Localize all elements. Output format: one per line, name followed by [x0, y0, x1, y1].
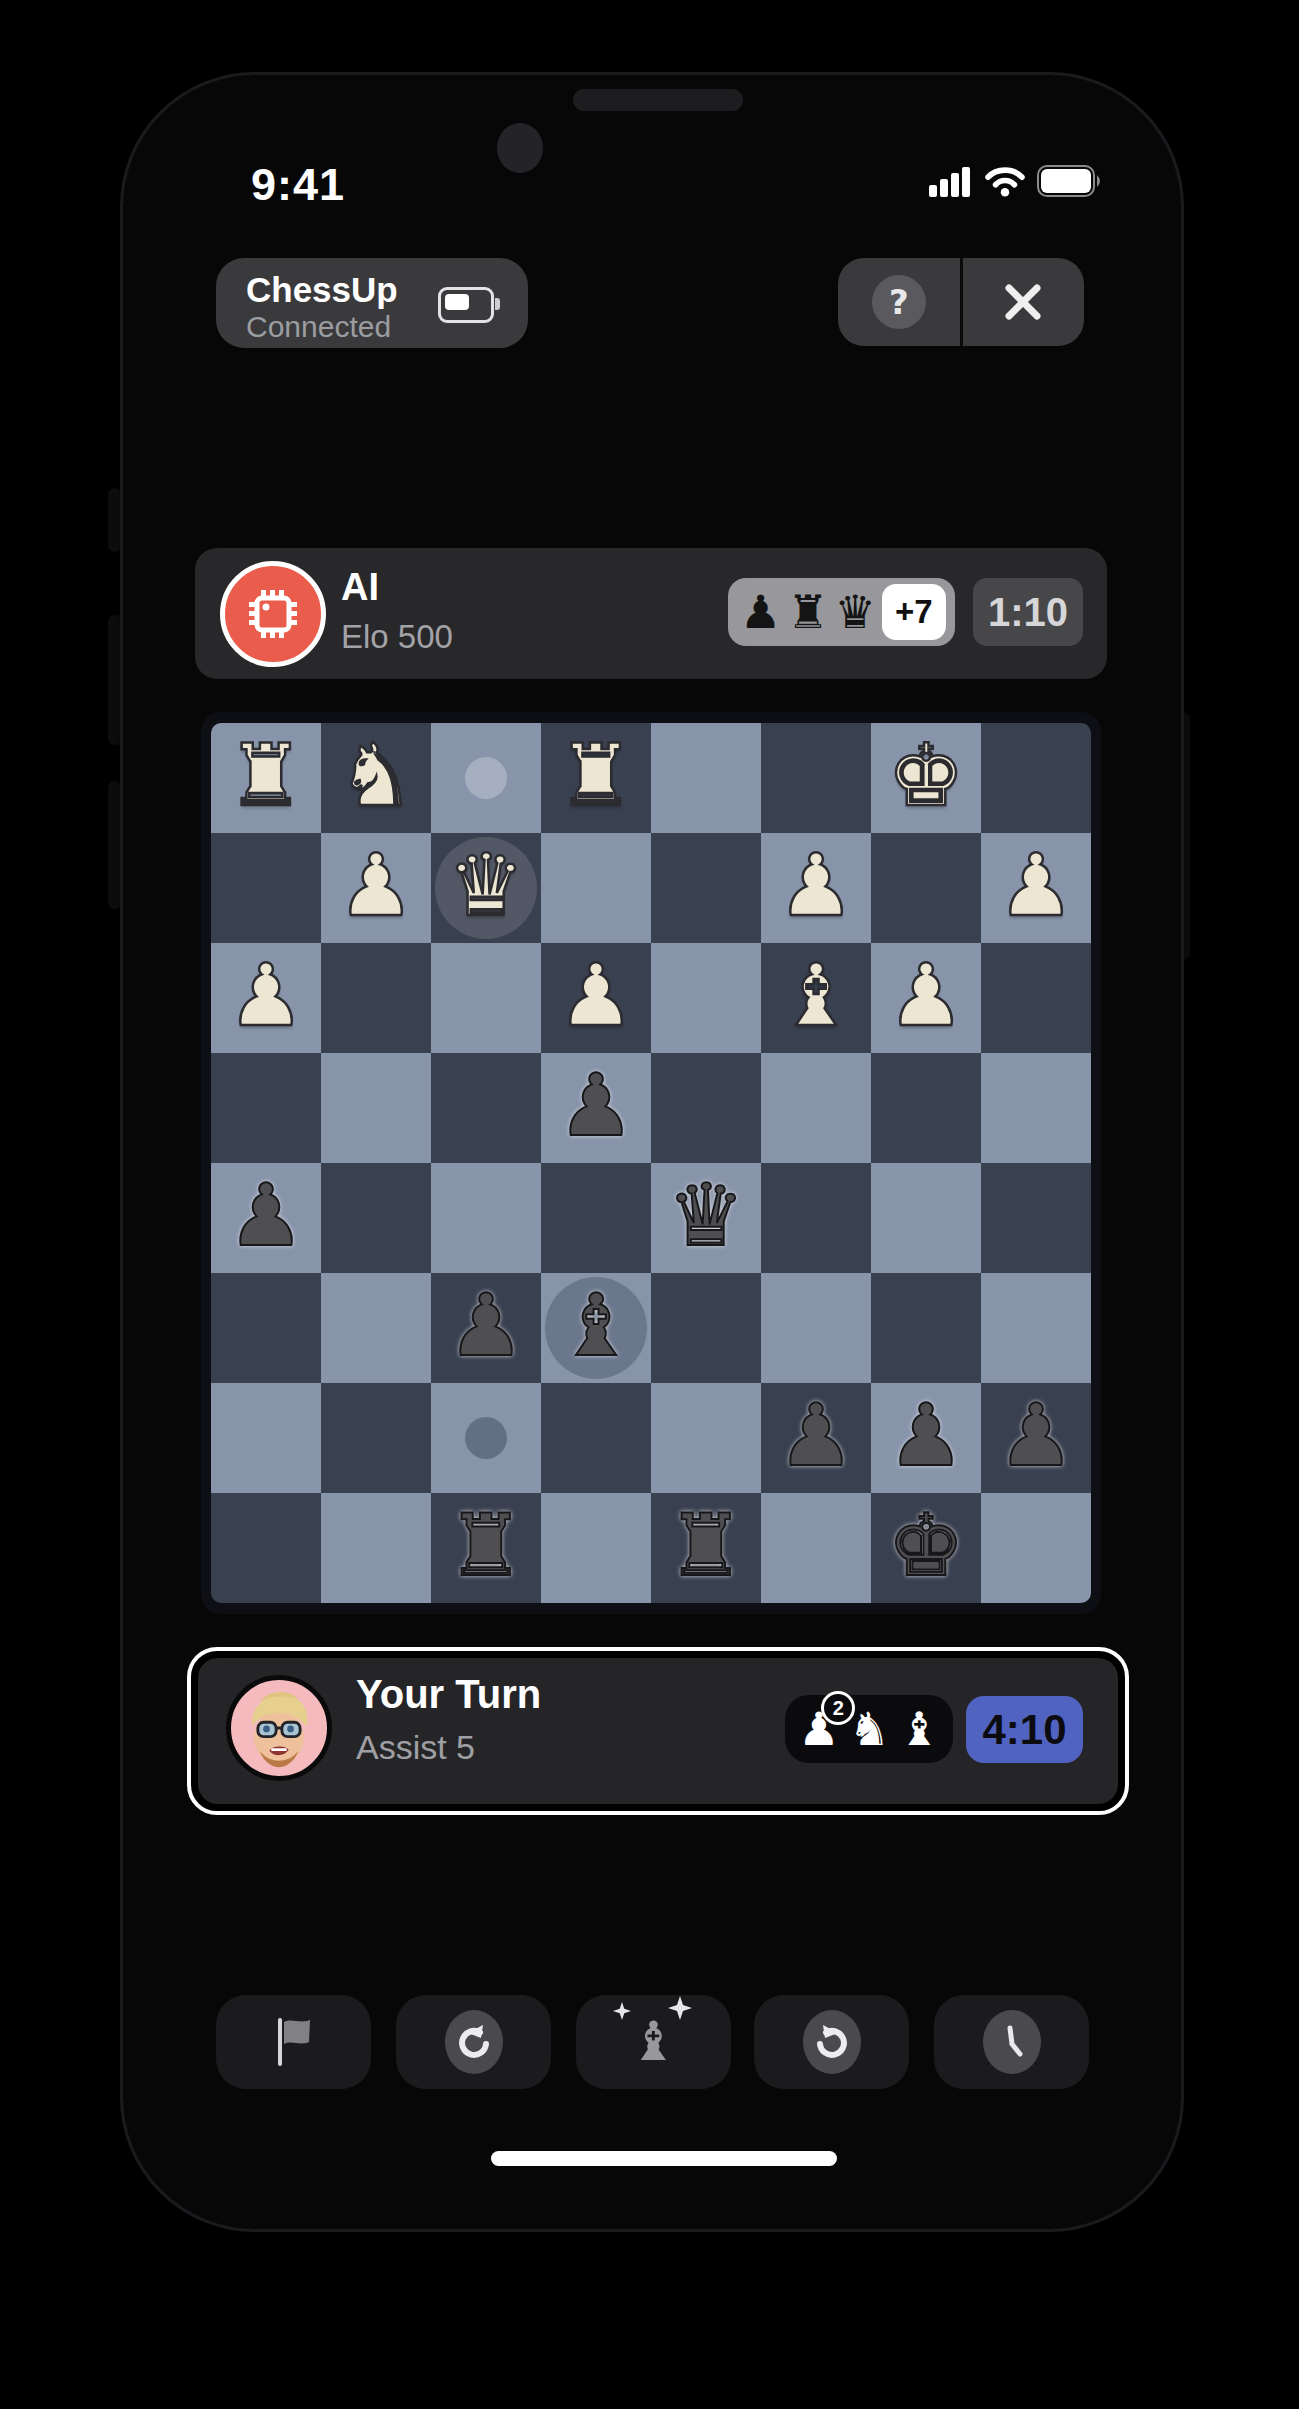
white-pawn: ♟ [997, 830, 1074, 940]
white-rook: ♜ [557, 723, 634, 830]
user-clock: 4:10 [966, 1696, 1083, 1763]
chess-board: ♜♞♜♚♟♛♟♟♟♟♝♟♟♟♛♟♝♟♟♟♜♜♚ [211, 723, 1091, 1603]
opponent-elo: Elo 500 [341, 618, 453, 656]
move-dot [465, 1417, 507, 1459]
close-button[interactable] [963, 258, 1085, 346]
captured-white-piece-icon: ♝ [899, 1699, 940, 1759]
user-captured-tray: ♟2♞♝ [785, 1695, 953, 1763]
square-h2[interactable] [211, 833, 321, 943]
device-status-pill[interactable]: ChessUp Connected [216, 258, 528, 348]
resign-button[interactable] [216, 1995, 371, 2089]
square-c1[interactable] [761, 723, 871, 833]
square-c2[interactable]: ♟ [761, 833, 871, 943]
square-g5[interactable] [321, 1163, 431, 1273]
white-pawn: ♟ [227, 940, 304, 1050]
square-b8[interactable]: ♚ [871, 1493, 981, 1603]
square-e2[interactable] [541, 833, 651, 943]
opponent-name: AI [341, 566, 379, 609]
white-rook: ♜ [227, 723, 304, 830]
cellular-signal-icon [929, 165, 973, 197]
undo-icon [445, 2010, 503, 2074]
square-c4[interactable] [761, 1053, 871, 1163]
white-bishop: ♝ [777, 940, 854, 1050]
device-connection-status: Connected [246, 310, 391, 344]
square-c8[interactable] [761, 1493, 871, 1603]
square-a8[interactable] [981, 1493, 1091, 1603]
clock-icon [983, 2010, 1041, 2074]
square-b4[interactable] [871, 1053, 981, 1163]
hint-button[interactable]: ♝ [576, 1995, 731, 2089]
square-f8[interactable]: ♜ [431, 1493, 541, 1603]
square-b1[interactable]: ♚ [871, 723, 981, 833]
black-rook: ♜ [447, 1490, 524, 1600]
user-card: Your Turn Assist 5 ♟2♞♝ 4:10 [198, 1658, 1118, 1804]
square-b3[interactable]: ♟ [871, 943, 981, 1053]
square-c5[interactable] [761, 1163, 871, 1273]
black-pawn: ♟ [447, 1270, 524, 1380]
square-d2[interactable] [651, 833, 761, 943]
captured-black-piece-icon: ♛ [835, 582, 876, 642]
square-e1[interactable]: ♜ [541, 723, 651, 833]
opponent-avatar [220, 561, 326, 667]
square-f6[interactable]: ♟ [431, 1273, 541, 1383]
memoji-face [231, 1680, 327, 1776]
black-pawn: ♟ [557, 1050, 634, 1160]
square-d1[interactable] [651, 723, 761, 833]
square-d4[interactable] [651, 1053, 761, 1163]
square-d6[interactable] [651, 1273, 761, 1383]
square-f3[interactable] [431, 943, 541, 1053]
black-king: ♚ [887, 1490, 964, 1600]
square-h4[interactable] [211, 1053, 321, 1163]
help-button[interactable]: ? [838, 258, 960, 346]
captured-black-piece-icon: ♟ [740, 582, 781, 642]
user-avatar [226, 1675, 332, 1781]
square-e4[interactable]: ♟ [541, 1053, 651, 1163]
opponent-card: AI Elo 500 ♟♜♛+7 1:10 [195, 548, 1107, 679]
square-g6[interactable] [321, 1273, 431, 1383]
square-c6[interactable] [761, 1273, 871, 1383]
captured-white-piece-icon: ♞ [848, 1699, 889, 1759]
square-d5[interactable]: ♛ [651, 1163, 761, 1273]
square-a7[interactable]: ♟ [981, 1383, 1091, 1493]
square-a1[interactable] [981, 723, 1091, 833]
square-e8[interactable] [541, 1493, 651, 1603]
user-card-highlight-ring: Your Turn Assist 5 ♟2♞♝ 4:10 [187, 1647, 1129, 1815]
square-f5[interactable] [431, 1163, 541, 1273]
square-g3[interactable] [321, 943, 431, 1053]
device-name: ChessUp [246, 270, 398, 310]
help-icon: ? [872, 275, 926, 329]
front-camera [497, 123, 543, 173]
square-h5[interactable]: ♟ [211, 1163, 321, 1273]
square-d3[interactable] [651, 943, 761, 1053]
square-a2[interactable]: ♟ [981, 833, 1091, 943]
square-g1[interactable]: ♞ [321, 723, 431, 833]
flag-icon [268, 2014, 320, 2070]
square-h6[interactable] [211, 1273, 321, 1383]
turn-indicator: Your Turn [356, 1672, 541, 1717]
square-f7[interactable] [431, 1383, 541, 1493]
white-pawn: ♟ [777, 830, 854, 940]
square-g2[interactable]: ♟ [321, 833, 431, 943]
square-h3[interactable]: ♟ [211, 943, 321, 1053]
white-queen: ♛ [447, 830, 524, 940]
white-king: ♚ [887, 723, 964, 830]
phone-frame: 9:41 ChessUp Connected [120, 72, 1184, 2232]
black-queen: ♛ [667, 1160, 744, 1270]
square-f2[interactable]: ♛ [431, 833, 541, 943]
black-rook: ♜ [667, 1490, 744, 1600]
undo-button[interactable] [396, 1995, 551, 2089]
square-g8[interactable] [321, 1493, 431, 1603]
square-a3[interactable] [981, 943, 1091, 1053]
home-indicator[interactable] [491, 2151, 837, 2166]
close-icon [1001, 280, 1045, 324]
captured-white-piece-icon: ♟2 [798, 1699, 839, 1759]
board-frame: ♜♞♜♚♟♛♟♟♟♟♝♟♟♟♛♟♝♟♟♟♜♜♚ [201, 712, 1101, 1614]
captured-black-piece-icon: ♜ [787, 582, 828, 642]
battery-icon [1037, 165, 1103, 197]
square-f4[interactable] [431, 1053, 541, 1163]
white-pawn: ♟ [557, 940, 634, 1050]
square-a6[interactable] [981, 1273, 1091, 1383]
cpu-chip-icon [245, 586, 301, 642]
white-knight: ♞ [337, 723, 414, 830]
square-g4[interactable] [321, 1053, 431, 1163]
square-a5[interactable] [981, 1163, 1091, 1273]
device-battery-icon [438, 287, 494, 323]
hint-icon: ♝ [629, 2010, 677, 2074]
square-b2[interactable] [871, 833, 981, 943]
square-h8[interactable] [211, 1493, 321, 1603]
redo-button[interactable] [754, 1995, 909, 2089]
assist-level: Assist 5 [356, 1728, 475, 1767]
move-dot [465, 757, 507, 799]
square-d7[interactable] [651, 1383, 761, 1493]
square-e6[interactable]: ♝ [541, 1273, 651, 1383]
material-advantage-badge: +7 [882, 584, 946, 640]
screenshot-root: 9:41 ChessUp Connected [0, 0, 1299, 2409]
black-pawn: ♟ [997, 1380, 1074, 1490]
square-h7[interactable] [211, 1383, 321, 1493]
wifi-icon [983, 165, 1027, 197]
black-bishop: ♝ [557, 1270, 634, 1380]
square-a4[interactable] [981, 1053, 1091, 1163]
status-icons [929, 165, 1103, 197]
header-actions: ? [838, 258, 1084, 346]
square-f1[interactable] [431, 723, 541, 833]
opponent-captured-tray: ♟♜♛+7 [728, 578, 955, 646]
square-g7[interactable] [321, 1383, 431, 1493]
white-pawn: ♟ [887, 940, 964, 1050]
square-e3[interactable]: ♟ [541, 943, 651, 1053]
redo-icon [803, 2010, 861, 2074]
opponent-clock: 1:10 [973, 578, 1083, 646]
white-pawn: ♟ [337, 830, 414, 940]
square-c3[interactable]: ♝ [761, 943, 871, 1053]
black-pawn: ♟ [777, 1380, 854, 1490]
square-b6[interactable] [871, 1273, 981, 1383]
square-h1[interactable]: ♜ [211, 723, 321, 833]
black-pawn: ♟ [887, 1380, 964, 1490]
status-time: 9:41 [251, 159, 345, 211]
square-c7[interactable]: ♟ [761, 1383, 871, 1493]
square-e7[interactable] [541, 1383, 651, 1493]
black-pawn: ♟ [227, 1160, 304, 1270]
clock-settings-button[interactable] [934, 1995, 1089, 2089]
square-e5[interactable] [541, 1163, 651, 1273]
square-b7[interactable]: ♟ [871, 1383, 981, 1493]
square-d8[interactable]: ♜ [651, 1493, 761, 1603]
square-b5[interactable] [871, 1163, 981, 1273]
speaker-grill [573, 89, 743, 111]
